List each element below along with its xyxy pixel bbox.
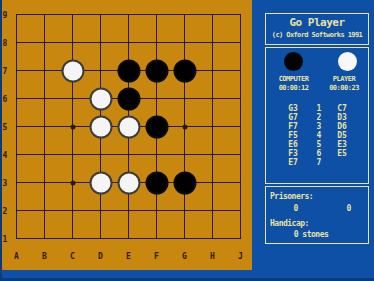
move-white: E5 xyxy=(325,149,359,158)
column-label-F: F xyxy=(150,252,164,261)
handicap-value: 0 stones xyxy=(271,230,351,239)
move-list: G31C7G72D3F73D6F54D5E65E3F36E5E77 xyxy=(266,104,368,167)
stone-black-E6 xyxy=(117,87,140,110)
move-row: E65E3 xyxy=(266,140,368,149)
stone-white-E3 xyxy=(117,171,140,194)
stone-black-G3 xyxy=(173,171,196,194)
prisoners-computer-count: 0 xyxy=(276,204,316,213)
column-label-H: H xyxy=(206,252,220,261)
move-black: E7 xyxy=(276,158,310,167)
stone-white-D6 xyxy=(89,87,112,110)
prisoners-label: Prisoners: xyxy=(270,192,313,201)
stone-black-E7 xyxy=(117,59,140,82)
move-black: F3 xyxy=(276,149,310,158)
board-panel: 987654321 ABCDEFGHJ xyxy=(2,0,252,270)
stone-white-D3 xyxy=(89,171,112,194)
row-label-7: 7 xyxy=(0,66,10,75)
row-label-9: 9 xyxy=(0,10,10,19)
row-label-5: 5 xyxy=(0,122,10,131)
row-label-6: 6 xyxy=(0,94,10,103)
row-label-4: 4 xyxy=(0,150,10,159)
column-label-E: E xyxy=(122,252,136,261)
column-label-D: D xyxy=(94,252,108,261)
move-row: F54D5 xyxy=(266,131,368,140)
row-label-3: 3 xyxy=(0,178,10,187)
column-label-B: B xyxy=(38,252,52,261)
column-label-C: C xyxy=(66,252,80,261)
row-label-8: 8 xyxy=(0,38,10,47)
status-box: Prisoners: 0 0 Handicap: 0 stones xyxy=(265,186,369,244)
move-black: F5 xyxy=(276,131,310,140)
move-row: E77 xyxy=(266,158,368,167)
computer-label: COMPUTER xyxy=(266,75,321,83)
move-black: E6 xyxy=(276,140,310,149)
move-number: 7 xyxy=(309,158,329,167)
computer-clock: 00:00:12 xyxy=(266,84,321,92)
move-row: G72D3 xyxy=(266,113,368,122)
hoshi-point xyxy=(70,180,75,185)
stone-black-F3 xyxy=(145,171,168,194)
stone-black-G7 xyxy=(173,59,196,82)
stone-black-F7 xyxy=(145,59,168,82)
black-stone-icon xyxy=(284,52,303,71)
white-stone-icon xyxy=(338,52,357,71)
move-row: F73D6 xyxy=(266,122,368,131)
hoshi-point xyxy=(182,124,187,129)
copyright-text: (c) Oxford Softworks 1991 xyxy=(266,31,368,40)
stone-black-F5 xyxy=(145,115,168,138)
game-info-box: COMPUTER PLAYER 00:00:12 00:00:23 G31C7G… xyxy=(265,47,369,184)
player-label: PLAYER xyxy=(320,75,368,83)
move-white: C7 xyxy=(325,104,359,113)
move-black: G3 xyxy=(276,104,310,113)
stone-white-C7 xyxy=(61,59,84,82)
move-white: D6 xyxy=(325,122,359,131)
title-box: Go Player (c) Oxford Softworks 1991 xyxy=(265,13,369,45)
column-label-J: J xyxy=(234,252,248,261)
column-label-A: A xyxy=(10,252,24,261)
hoshi-point xyxy=(70,124,75,129)
move-white: D3 xyxy=(325,113,359,122)
player-clock: 00:00:23 xyxy=(320,84,368,92)
move-white: E3 xyxy=(325,140,359,149)
move-row: G31C7 xyxy=(266,104,368,113)
handicap-label: Handicap: xyxy=(270,219,309,228)
row-label-2: 2 xyxy=(0,206,10,215)
row-label-1: 1 xyxy=(0,234,10,243)
move-black: F7 xyxy=(276,122,310,131)
stones-layer xyxy=(2,0,252,270)
move-white: D5 xyxy=(325,131,359,140)
app-title: Go Player xyxy=(266,16,368,29)
stone-white-E5 xyxy=(117,115,140,138)
go-player-screen: 987654321 ABCDEFGHJ Go Player (c) Oxford… xyxy=(0,0,374,281)
move-row: F36E5 xyxy=(266,149,368,158)
column-label-G: G xyxy=(178,252,192,261)
stone-white-D5 xyxy=(89,115,112,138)
prisoners-player-count: 0 xyxy=(329,204,369,213)
move-black: G7 xyxy=(276,113,310,122)
